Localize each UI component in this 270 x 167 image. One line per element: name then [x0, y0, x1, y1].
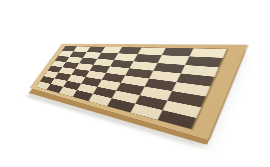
- board-grid: [36, 46, 226, 129]
- chessboard-product-photo: [0, 0, 270, 167]
